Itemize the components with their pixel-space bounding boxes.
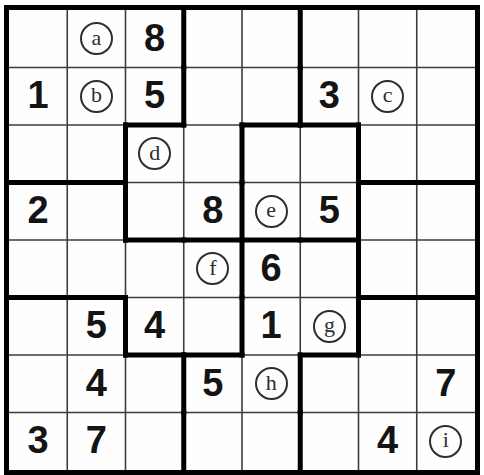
cell-r3c1[interactable] bbox=[9, 125, 67, 183]
cell-r7c6[interactable] bbox=[300, 355, 358, 413]
circled-letter-a: a bbox=[80, 22, 113, 55]
given-digit: 8 bbox=[202, 191, 223, 229]
cell-r3c6[interactable] bbox=[300, 125, 358, 183]
cell-r5c1[interactable] bbox=[9, 240, 67, 298]
cell-r3c7[interactable] bbox=[359, 125, 417, 183]
cell-r5c7[interactable] bbox=[359, 240, 417, 298]
cell-r5c8[interactable] bbox=[417, 240, 475, 298]
cell-r8c7[interactable]: 4 bbox=[359, 413, 417, 471]
given-digit: 6 bbox=[261, 249, 282, 287]
cell-r3c3[interactable]: d bbox=[126, 125, 184, 183]
cell-r5c4[interactable]: f bbox=[184, 240, 242, 298]
cell-r7c4[interactable]: 5 bbox=[184, 355, 242, 413]
cell-r3c4[interactable] bbox=[184, 125, 242, 183]
cell-r4c2[interactable] bbox=[67, 183, 125, 241]
cell-r1c7[interactable] bbox=[359, 10, 417, 68]
cell-r3c2[interactable] bbox=[67, 125, 125, 183]
cell-r3c5[interactable] bbox=[242, 125, 300, 183]
cell-r1c2[interactable]: a bbox=[67, 10, 125, 68]
circled-letter-g: g bbox=[313, 310, 346, 343]
cell-r4c4[interactable]: 8 bbox=[184, 183, 242, 241]
given-digit: 4 bbox=[86, 364, 107, 402]
cell-r1c1[interactable] bbox=[9, 10, 67, 68]
cell-r1c3[interactable]: 8 bbox=[126, 10, 184, 68]
circled-letter-d: d bbox=[138, 137, 171, 170]
given-digit: 5 bbox=[86, 306, 107, 344]
cell-r8c2[interactable]: 7 bbox=[67, 413, 125, 471]
cell-r4c7[interactable] bbox=[359, 183, 417, 241]
given-digit: 5 bbox=[319, 191, 340, 229]
cell-r7c3[interactable] bbox=[126, 355, 184, 413]
cell-r7c8[interactable]: 7 bbox=[417, 355, 475, 413]
given-digit: 3 bbox=[319, 76, 340, 114]
cell-r6c6[interactable]: g bbox=[300, 298, 358, 356]
cell-r1c8[interactable] bbox=[417, 10, 475, 68]
given-digit: 5 bbox=[144, 76, 165, 114]
cell-r2c5[interactable] bbox=[242, 68, 300, 126]
cell-r3c8[interactable] bbox=[417, 125, 475, 183]
cell-r4c1[interactable]: 2 bbox=[9, 183, 67, 241]
cell-r5c3[interactable] bbox=[126, 240, 184, 298]
cell-r6c3[interactable]: 4 bbox=[126, 298, 184, 356]
cell-r5c5[interactable]: 6 bbox=[242, 240, 300, 298]
cell-r4c6[interactable]: 5 bbox=[300, 183, 358, 241]
cell-r4c3[interactable] bbox=[126, 183, 184, 241]
given-digit: 7 bbox=[86, 421, 107, 459]
cell-r7c7[interactable] bbox=[359, 355, 417, 413]
cell-r7c5[interactable]: h bbox=[242, 355, 300, 413]
cell-r4c5[interactable]: e bbox=[242, 183, 300, 241]
circled-letter-e: e bbox=[255, 195, 288, 228]
cell-r8c6[interactable] bbox=[300, 413, 358, 471]
cell-r2c4[interactable] bbox=[184, 68, 242, 126]
cell-r7c1[interactable] bbox=[9, 355, 67, 413]
cell-r8c3[interactable] bbox=[126, 413, 184, 471]
given-digit: 2 bbox=[28, 191, 49, 229]
cell-r6c4[interactable] bbox=[184, 298, 242, 356]
cell-r5c2[interactable] bbox=[67, 240, 125, 298]
cell-r6c8[interactable] bbox=[417, 298, 475, 356]
given-digit: 5 bbox=[202, 364, 223, 402]
cell-r6c2[interactable]: 5 bbox=[67, 298, 125, 356]
cell-r1c4[interactable] bbox=[184, 10, 242, 68]
given-digit: 1 bbox=[261, 306, 282, 344]
given-digit: 3 bbox=[28, 421, 49, 459]
cell-r2c3[interactable]: 5 bbox=[126, 68, 184, 126]
given-digit: 4 bbox=[377, 421, 398, 459]
cell-r8c4[interactable] bbox=[184, 413, 242, 471]
cell-r2c1[interactable]: 1 bbox=[9, 68, 67, 126]
sudoku-board: a81b53cd28e5f6541g45h7374i bbox=[4, 5, 480, 475]
cell-r7c2[interactable]: 4 bbox=[67, 355, 125, 413]
cell-r6c1[interactable] bbox=[9, 298, 67, 356]
cell-r6c5[interactable]: 1 bbox=[242, 298, 300, 356]
circled-letter-h: h bbox=[255, 367, 288, 400]
given-digit: 8 bbox=[144, 19, 165, 57]
cell-r6c7[interactable] bbox=[359, 298, 417, 356]
cell-r2c7[interactable]: c bbox=[359, 68, 417, 126]
cell-r8c8[interactable]: i bbox=[417, 413, 475, 471]
circled-letter-b: b bbox=[80, 80, 113, 113]
given-digit: 1 bbox=[28, 76, 49, 114]
given-digit: 7 bbox=[435, 364, 456, 402]
cell-r4c8[interactable] bbox=[417, 183, 475, 241]
cell-r2c8[interactable] bbox=[417, 68, 475, 126]
cell-r8c1[interactable]: 3 bbox=[9, 413, 67, 471]
cell-r1c5[interactable] bbox=[242, 10, 300, 68]
cell-r5c6[interactable] bbox=[300, 240, 358, 298]
given-digit: 4 bbox=[144, 306, 165, 344]
cell-r2c6[interactable]: 3 bbox=[300, 68, 358, 126]
cell-r1c6[interactable] bbox=[300, 10, 358, 68]
cell-r2c2[interactable]: b bbox=[67, 68, 125, 126]
puzzle-diagram: a81b53cd28e5f6541g45h7374i bbox=[4, 5, 480, 475]
circled-letter-c: c bbox=[371, 80, 404, 113]
cell-r8c5[interactable] bbox=[242, 413, 300, 471]
circled-letter-f: f bbox=[196, 252, 229, 285]
circled-letter-i: i bbox=[429, 425, 462, 458]
